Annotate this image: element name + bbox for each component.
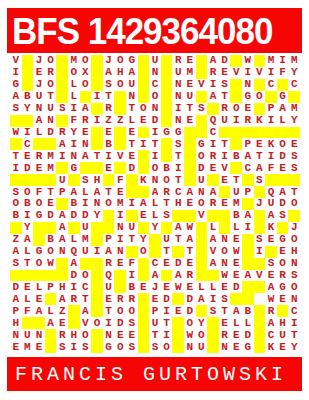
letter-cell: L (149, 210, 161, 222)
letter-cell: E (80, 127, 92, 139)
letter-cell: L (68, 79, 80, 91)
letter-cell: E (254, 138, 266, 150)
hidden-letter-cell (138, 317, 150, 329)
hidden-letter-cell (91, 270, 103, 282)
letter-cell: K (138, 174, 150, 186)
letter-cell: F (22, 305, 34, 317)
letter-cell: R (161, 186, 173, 198)
letter-cell: R (33, 150, 45, 162)
hidden-letter-cell (207, 329, 219, 341)
letter-cell: G (277, 281, 289, 293)
letter-cell: A (80, 305, 92, 317)
hidden-letter-cell (138, 305, 150, 317)
letter-cell: K (265, 222, 277, 234)
hidden-letter-cell (10, 270, 22, 282)
letter-cell: U (33, 91, 45, 103)
hidden-letter-cell (91, 103, 103, 115)
hidden-letter-cell (242, 293, 254, 305)
letter-cell: V (207, 246, 219, 258)
hidden-letter-cell (254, 210, 266, 222)
letter-cell: I (68, 103, 80, 115)
letter-cell: V (196, 210, 208, 222)
hidden-letter-cell (207, 317, 219, 329)
hidden-letter-cell (138, 329, 150, 341)
letter-cell: O (161, 341, 173, 353)
hidden-letter-cell (91, 234, 103, 246)
letter-cell: F (126, 258, 138, 270)
letter-cell: U (265, 198, 277, 210)
letter-cell: X (80, 67, 92, 79)
hidden-letter-cell (45, 174, 57, 186)
hidden-letter-cell (91, 305, 103, 317)
letter-cell: S (80, 174, 92, 186)
book-title: BFS 1429364080 (7, 9, 272, 52)
hidden-letter-cell (33, 222, 45, 234)
hidden-letter-cell (91, 341, 103, 353)
hidden-letter-cell (196, 127, 208, 139)
letter-cell: T (184, 103, 196, 115)
letter-cell: S (149, 341, 161, 353)
letter-cell: V (80, 317, 92, 329)
letter-cell: J (288, 222, 300, 234)
letter-cell: R (56, 329, 68, 341)
letter-cell: A (80, 103, 92, 115)
letter-cell: R (114, 293, 126, 305)
letter-cell: O (196, 329, 208, 341)
letter-cell: E (114, 186, 126, 198)
letter-cell: B (103, 138, 115, 150)
letter-cell: L (242, 317, 254, 329)
letter-cell: I (68, 138, 80, 150)
letter-cell: E (230, 270, 242, 282)
hidden-letter-cell (138, 55, 150, 67)
hidden-letter-cell (45, 222, 57, 234)
letter-cell: W (45, 258, 57, 270)
letter-cell: G (172, 127, 184, 139)
letter-cell: O (149, 162, 161, 174)
letter-cell: M (288, 55, 300, 67)
letter-cell: V (254, 67, 266, 79)
letter-cell: J (254, 198, 266, 210)
letter-cell: I (254, 246, 266, 258)
letter-cell: Y (68, 127, 80, 139)
hidden-letter-cell (242, 198, 254, 210)
letter-cell: Q (207, 115, 219, 127)
hidden-letter-cell (126, 210, 138, 222)
hidden-letter-cell (219, 222, 231, 234)
hidden-letter-cell (138, 127, 150, 139)
letter-cell: U (172, 67, 184, 79)
letter-cell: T (288, 186, 300, 198)
letter-cell: A (56, 293, 68, 305)
letter-cell: E (10, 341, 22, 353)
hidden-letter-cell (103, 174, 115, 186)
author-name: FRANCIS GURTOWSKI (7, 363, 287, 386)
letter-cell: H (172, 198, 184, 210)
letter-cell: J (103, 55, 115, 67)
letter-cell: S (161, 210, 173, 222)
letter-cell: D (172, 258, 184, 270)
letter-cell: E (33, 293, 45, 305)
letter-cell: I (265, 150, 277, 162)
letter-cell: F (114, 174, 126, 186)
letter-cell: E (184, 281, 196, 293)
hidden-letter-cell (22, 115, 34, 127)
letter-cell: O (80, 270, 92, 282)
hidden-letter-cell (265, 91, 277, 103)
hidden-letter-cell (91, 67, 103, 79)
hidden-letter-cell (265, 127, 277, 139)
hidden-letter-cell (114, 103, 126, 115)
letter-cell: Z (114, 115, 126, 127)
hidden-letter-cell (242, 234, 254, 246)
letter-cell: S (288, 162, 300, 174)
letter-cell: G (33, 210, 45, 222)
letter-cell: E (230, 329, 242, 341)
letter-cell: O (288, 198, 300, 210)
hidden-letter-cell (207, 341, 219, 353)
letter-cell: O (196, 198, 208, 210)
letter-cell: D (10, 281, 22, 293)
letter-cell: U (80, 246, 92, 258)
letter-cell: I (277, 55, 289, 67)
letter-cell: O (161, 174, 173, 186)
letter-cell: E (172, 305, 184, 317)
hidden-letter-cell (56, 79, 68, 91)
letter-cell: O (33, 198, 45, 210)
hidden-letter-cell (207, 103, 219, 115)
letter-cell: F (33, 186, 45, 198)
hidden-letter-cell (91, 329, 103, 341)
letter-cell: G (33, 246, 45, 258)
letter-cell: I (288, 317, 300, 329)
letter-cell: I (22, 127, 34, 139)
letter-cell: E (22, 150, 34, 162)
letter-cell: F (68, 115, 80, 127)
hidden-letter-cell (230, 55, 242, 67)
letter-cell: O (184, 317, 196, 329)
letter-cell: L (22, 246, 34, 258)
hidden-letter-cell (242, 174, 254, 186)
letter-cell: W (265, 293, 277, 305)
letter-cell: E (33, 341, 45, 353)
letter-cell: U (277, 329, 289, 341)
letter-cell: S (254, 234, 266, 246)
letter-cell: M (45, 162, 57, 174)
hidden-letter-cell (45, 329, 57, 341)
letter-cell: E (56, 317, 68, 329)
hidden-letter-cell (254, 103, 266, 115)
letter-cell: D (219, 55, 231, 67)
letter-cell: V (114, 150, 126, 162)
letter-cell: B (22, 91, 34, 103)
letter-cell: J (149, 281, 161, 293)
letter-cell: E (161, 281, 173, 293)
hidden-letter-cell (161, 79, 173, 91)
letter-cell: A (207, 186, 219, 198)
letter-cell: O (114, 55, 126, 67)
letter-cell: E (138, 115, 150, 127)
hidden-letter-cell (114, 91, 126, 103)
letter-cell: A (103, 246, 115, 258)
hidden-letter-cell (68, 317, 80, 329)
letter-cell: L (277, 115, 289, 127)
hidden-letter-cell (277, 127, 289, 139)
hidden-letter-cell (126, 174, 138, 186)
hidden-letter-cell (219, 210, 231, 222)
letter-cell: I (80, 198, 92, 210)
hidden-letter-cell (219, 127, 231, 139)
letter-cell: R (45, 67, 57, 79)
hidden-letter-cell (68, 222, 80, 234)
letter-cell: B (161, 162, 173, 174)
letter-cell: T (103, 305, 115, 317)
hidden-letter-cell (230, 138, 242, 150)
letter-cell: N (91, 198, 103, 210)
letter-cell: M (265, 55, 277, 67)
letter-cell: O (103, 198, 115, 210)
letter-cell: P (45, 281, 57, 293)
letter-cell: S (10, 103, 22, 115)
letter-cell: B (230, 210, 242, 222)
letter-cell: U (22, 329, 34, 341)
letter-cell: N (45, 115, 57, 127)
letter-cell: A (56, 210, 68, 222)
letter-cell: I (114, 234, 126, 246)
letter-cell: E (126, 150, 138, 162)
hidden-letter-cell (172, 293, 184, 305)
hidden-letter-cell (242, 246, 254, 258)
hidden-letter-cell (56, 270, 68, 282)
letter-cell: A (277, 186, 289, 198)
hidden-letter-cell (103, 210, 115, 222)
letter-cell: L (207, 281, 219, 293)
letter-cell: I (103, 317, 115, 329)
letter-cell: C (288, 79, 300, 91)
letter-cell: K (265, 138, 277, 150)
letter-cell: T (126, 103, 138, 115)
letter-cell: A (196, 293, 208, 305)
letter-cell: D (196, 162, 208, 174)
hidden-letter-cell (22, 174, 34, 186)
letter-cell: A (22, 234, 34, 246)
letter-cell: I (56, 150, 68, 162)
hidden-letter-cell (126, 246, 138, 258)
letter-cell: I (10, 67, 22, 79)
hidden-letter-cell (254, 341, 266, 353)
letter-cell: A (242, 210, 254, 222)
hidden-letter-cell (33, 234, 45, 246)
letter-cell: I (207, 138, 219, 150)
letter-cell: N (33, 103, 45, 115)
letter-cell: T (45, 91, 57, 103)
letter-cell: N (103, 329, 115, 341)
hidden-letter-cell (277, 79, 289, 91)
letter-cell: B (10, 210, 22, 222)
hidden-letter-cell (172, 210, 184, 222)
hidden-letter-cell (91, 162, 103, 174)
hidden-letter-cell (288, 210, 300, 222)
hidden-letter-cell (91, 258, 103, 270)
hidden-letter-cell (196, 234, 208, 246)
letter-cell: O (277, 258, 289, 270)
letter-cell: S (207, 305, 219, 317)
letter-cell: G (126, 55, 138, 67)
letter-cell: G (10, 79, 22, 91)
letter-cell: R (207, 150, 219, 162)
hidden-letter-cell (68, 305, 80, 317)
letter-cell: D (184, 305, 196, 317)
letter-cell: A (56, 138, 68, 150)
letter-cell: N (56, 246, 68, 258)
letter-cell: R (219, 103, 231, 115)
letter-cell: N (114, 246, 126, 258)
hidden-letter-cell (10, 138, 22, 150)
letter-cell: E (184, 258, 196, 270)
letter-cell: E (114, 258, 126, 270)
letter-cell: R (103, 258, 115, 270)
letter-cell: O (80, 79, 92, 91)
letter-cell: A (265, 281, 277, 293)
letter-cell: I (172, 103, 184, 115)
letter-cell: W (219, 270, 231, 282)
letter-cell: E (265, 270, 277, 282)
letter-cell: T (254, 150, 266, 162)
letter-cell: O (114, 341, 126, 353)
letter-cell: E (230, 258, 242, 270)
hidden-letter-cell (114, 127, 126, 139)
hidden-letter-cell (56, 115, 68, 127)
hidden-letter-cell (161, 55, 173, 67)
letter-cell: P (10, 305, 22, 317)
letter-cell: B (22, 198, 34, 210)
letter-cell: V (196, 79, 208, 91)
letter-cell: S (219, 79, 231, 91)
letter-cell: U (126, 222, 138, 234)
letter-cell: R (126, 293, 138, 305)
letter-cell: Y (288, 341, 300, 353)
letter-cell: R (277, 270, 289, 282)
letter-cell: T (288, 329, 300, 341)
hidden-letter-cell (288, 91, 300, 103)
letter-cell: B (68, 198, 80, 210)
letter-cell: S (254, 174, 266, 186)
hidden-letter-cell (288, 127, 300, 139)
letter-cell: W (184, 329, 196, 341)
hidden-letter-cell (91, 79, 103, 91)
title-band: BFS 1429364080 (7, 8, 302, 53)
hidden-letter-cell (56, 258, 68, 270)
letter-cell: D (45, 210, 57, 222)
letter-cell: D (22, 162, 34, 174)
hidden-letter-cell (230, 91, 242, 103)
letter-cell: I (22, 210, 34, 222)
letter-cell: M (22, 341, 34, 353)
letter-cell: E (33, 67, 45, 79)
hidden-letter-cell (56, 198, 68, 210)
letter-cell: I (149, 150, 161, 162)
hidden-letter-cell (254, 79, 266, 91)
letter-cell: V (254, 270, 266, 282)
letter-cell: A (80, 150, 92, 162)
letter-cell: E (138, 210, 150, 222)
hidden-letter-cell (138, 341, 150, 353)
letter-cell: R (80, 115, 92, 127)
letter-cell: D (230, 281, 242, 293)
letter-cell: O (149, 91, 161, 103)
letter-cell: P (242, 186, 254, 198)
letter-cell: S (56, 341, 68, 353)
letter-cell: U (219, 115, 231, 127)
letter-cell: S (265, 258, 277, 270)
letter-cell: P (242, 138, 254, 150)
letter-cell: T (103, 186, 115, 198)
letter-cell: A (138, 198, 150, 210)
letter-cell: A (265, 210, 277, 222)
letter-cell: O (277, 138, 289, 150)
letter-cell: S (80, 341, 92, 353)
letter-cell: S (277, 210, 289, 222)
hidden-letter-cell (33, 270, 45, 282)
hidden-letter-cell (207, 174, 219, 186)
letter-cell: Y (288, 115, 300, 127)
hidden-letter-cell (91, 293, 103, 305)
letter-cell: N (288, 293, 300, 305)
letter-cell: O (114, 79, 126, 91)
letter-cell: H (288, 246, 300, 258)
letter-cell: E (103, 162, 115, 174)
letter-cell: A (10, 246, 22, 258)
hidden-letter-cell (22, 67, 34, 79)
letter-cell: T (126, 138, 138, 150)
letter-cell: I (114, 210, 126, 222)
hidden-letter-cell (265, 246, 277, 258)
empty-cell (254, 293, 266, 305)
letter-cell: G (103, 341, 115, 353)
letter-cell: T (10, 150, 22, 162)
letter-cell: O (45, 55, 57, 67)
letter-cell: A (172, 270, 184, 282)
letter-cell: L (80, 186, 92, 198)
letter-cell: I (230, 115, 242, 127)
letter-cell: U (56, 174, 68, 186)
hidden-letter-cell (45, 341, 57, 353)
letter-cell: I (91, 246, 103, 258)
hidden-letter-cell (196, 91, 208, 103)
letter-cell: E (126, 329, 138, 341)
letter-cell: O (80, 329, 92, 341)
letter-cell: N (219, 341, 231, 353)
letter-cell: D (161, 293, 173, 305)
hidden-letter-cell (230, 79, 242, 91)
letter-cell: Y (138, 234, 150, 246)
letter-cell: S (10, 186, 22, 198)
letter-cell: Y (149, 222, 161, 234)
letter-cell: A (230, 305, 242, 317)
hidden-letter-cell (172, 341, 184, 353)
letter-cell: W (172, 281, 184, 293)
letter-cell: M (288, 103, 300, 115)
hidden-letter-cell (196, 67, 208, 79)
letter-cell: R (207, 67, 219, 79)
letter-cell: U (184, 91, 196, 103)
hidden-letter-cell (138, 91, 150, 103)
hidden-letter-cell (22, 55, 34, 67)
letter-cell: G (161, 127, 173, 139)
hidden-letter-cell (196, 305, 208, 317)
hidden-letter-cell (254, 127, 266, 139)
letter-cell: A (103, 67, 115, 79)
